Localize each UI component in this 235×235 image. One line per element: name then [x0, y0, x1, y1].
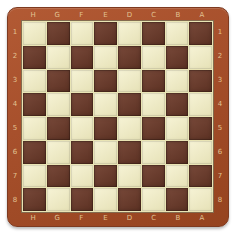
file-label-e: E: [93, 213, 117, 223]
square-c3[interactable]: [142, 70, 165, 93]
rank-label-7: 7: [10, 165, 20, 189]
square-c6[interactable]: [142, 141, 165, 164]
square-h7[interactable]: [23, 165, 46, 188]
square-b7[interactable]: [166, 165, 189, 188]
file-label-h: H: [21, 213, 45, 223]
rank-labels-right: 12345678: [215, 20, 225, 213]
square-h5[interactable]: [23, 117, 46, 140]
square-h3[interactable]: [23, 70, 46, 93]
square-d8[interactable]: [118, 188, 141, 211]
square-g2[interactable]: [47, 46, 70, 69]
rank-label-3: 3: [215, 68, 225, 92]
square-a5[interactable]: [189, 117, 212, 140]
square-b8[interactable]: [166, 188, 189, 211]
rank-label-8: 8: [215, 189, 225, 213]
square-e3[interactable]: [94, 70, 117, 93]
chess-board: HGFEDCBA HGFEDCBA 12345678 12345678: [7, 7, 229, 227]
rank-label-6: 6: [215, 141, 225, 165]
square-c7[interactable]: [142, 165, 165, 188]
square-c1[interactable]: [142, 22, 165, 45]
square-e6[interactable]: [94, 141, 117, 164]
file-label-a: A: [190, 10, 214, 20]
square-f4[interactable]: [71, 93, 94, 116]
file-label-f: F: [69, 10, 93, 20]
square-f5[interactable]: [71, 117, 94, 140]
square-e1[interactable]: [94, 22, 117, 45]
square-g1[interactable]: [47, 22, 70, 45]
file-label-b: B: [166, 213, 190, 223]
square-d2[interactable]: [118, 46, 141, 69]
rank-label-5: 5: [215, 117, 225, 141]
file-label-a: A: [190, 213, 214, 223]
rank-label-1: 1: [10, 20, 20, 44]
rank-label-7: 7: [215, 165, 225, 189]
square-g5[interactable]: [47, 117, 70, 140]
square-f1[interactable]: [71, 22, 94, 45]
square-h2[interactable]: [23, 46, 46, 69]
file-label-c: C: [142, 10, 166, 20]
square-d5[interactable]: [118, 117, 141, 140]
rank-labels-left: 12345678: [10, 20, 20, 213]
square-a2[interactable]: [189, 46, 212, 69]
file-label-g: G: [45, 213, 69, 223]
square-f3[interactable]: [71, 70, 94, 93]
square-a6[interactable]: [189, 141, 212, 164]
square-e8[interactable]: [94, 188, 117, 211]
square-b6[interactable]: [166, 141, 189, 164]
file-label-e: E: [93, 10, 117, 20]
square-h6[interactable]: [23, 141, 46, 164]
square-c2[interactable]: [142, 46, 165, 69]
square-g7[interactable]: [47, 165, 70, 188]
square-e7[interactable]: [94, 165, 117, 188]
square-d1[interactable]: [118, 22, 141, 45]
file-label-d: D: [118, 213, 142, 223]
file-label-d: D: [118, 10, 142, 20]
square-a1[interactable]: [189, 22, 212, 45]
rank-label-8: 8: [10, 189, 20, 213]
square-b5[interactable]: [166, 117, 189, 140]
square-d3[interactable]: [118, 70, 141, 93]
rank-label-5: 5: [10, 117, 20, 141]
square-b1[interactable]: [166, 22, 189, 45]
file-labels-bottom: HGFEDCBA: [21, 213, 214, 223]
rank-label-2: 2: [215, 44, 225, 68]
square-g8[interactable]: [47, 188, 70, 211]
file-label-g: G: [45, 10, 69, 20]
square-e5[interactable]: [94, 117, 117, 140]
square-c8[interactable]: [142, 188, 165, 211]
square-h1[interactable]: [23, 22, 46, 45]
rank-label-4: 4: [215, 92, 225, 116]
file-label-c: C: [142, 213, 166, 223]
square-f8[interactable]: [71, 188, 94, 211]
square-b2[interactable]: [166, 46, 189, 69]
rank-label-1: 1: [215, 20, 225, 44]
file-label-f: F: [69, 213, 93, 223]
square-g6[interactable]: [47, 141, 70, 164]
photo-background: HGFEDCBA HGFEDCBA 12345678 12345678: [0, 0, 235, 235]
rank-label-6: 6: [10, 141, 20, 165]
square-c4[interactable]: [142, 93, 165, 116]
square-a7[interactable]: [189, 165, 212, 188]
square-g4[interactable]: [47, 93, 70, 116]
file-label-b: B: [166, 10, 190, 20]
square-d7[interactable]: [118, 165, 141, 188]
square-d6[interactable]: [118, 141, 141, 164]
square-h8[interactable]: [23, 188, 46, 211]
square-h4[interactable]: [23, 93, 46, 116]
square-a4[interactable]: [189, 93, 212, 116]
square-c5[interactable]: [142, 117, 165, 140]
square-b3[interactable]: [166, 70, 189, 93]
square-e2[interactable]: [94, 46, 117, 69]
square-f2[interactable]: [71, 46, 94, 69]
square-f6[interactable]: [71, 141, 94, 164]
square-e4[interactable]: [94, 93, 117, 116]
square-g3[interactable]: [47, 70, 70, 93]
file-label-h: H: [21, 10, 45, 20]
rank-label-2: 2: [10, 44, 20, 68]
playing-field: [21, 20, 214, 213]
rank-label-4: 4: [10, 92, 20, 116]
file-labels-top: HGFEDCBA: [21, 10, 214, 20]
square-f7[interactable]: [71, 165, 94, 188]
rank-label-3: 3: [10, 68, 20, 92]
square-a3[interactable]: [189, 70, 212, 93]
square-d4[interactable]: [118, 93, 141, 116]
square-a8[interactable]: [189, 188, 212, 211]
square-b4[interactable]: [166, 93, 189, 116]
